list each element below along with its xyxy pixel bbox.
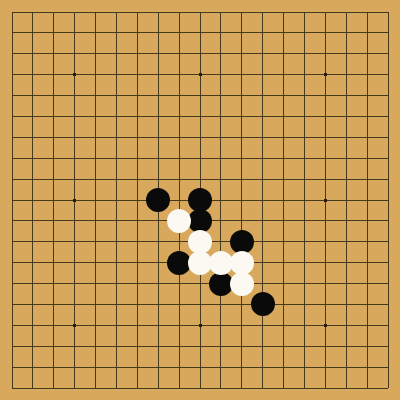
star-point <box>73 73 76 76</box>
grid-line-vertical <box>346 12 347 388</box>
star-point <box>73 324 76 327</box>
grid-line-vertical <box>241 12 242 388</box>
grid-line-horizontal <box>12 283 388 284</box>
black-stone[interactable] <box>251 292 275 316</box>
star-point <box>199 73 202 76</box>
star-point <box>324 324 327 327</box>
grid-line-vertical <box>304 12 305 388</box>
white-stone[interactable] <box>167 209 191 233</box>
star-point <box>199 324 202 327</box>
go-board[interactable] <box>0 0 400 400</box>
grid-line-horizontal <box>12 346 388 347</box>
grid-line-horizontal <box>12 367 388 368</box>
star-point <box>324 73 327 76</box>
grid-line-vertical <box>388 12 389 388</box>
black-stone[interactable] <box>146 188 170 212</box>
grid-line-vertical <box>262 12 263 388</box>
star-point <box>324 199 327 202</box>
grid-line-vertical <box>283 12 284 388</box>
grid-line-horizontal <box>12 304 388 305</box>
grid-line-vertical <box>367 12 368 388</box>
grid-line-vertical <box>220 12 221 388</box>
grid-line-horizontal <box>12 388 388 389</box>
white-stone[interactable] <box>230 272 254 296</box>
star-point <box>73 199 76 202</box>
